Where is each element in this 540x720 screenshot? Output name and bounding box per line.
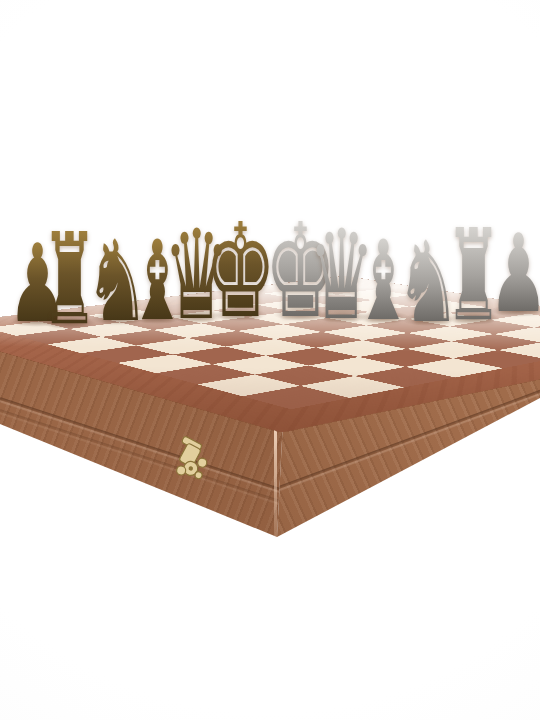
pieces-display-row: ♟♜♞♝♛♚♚♛♝♞♜♟ xyxy=(0,0,540,720)
pewter-pawn: ♟ xyxy=(438,220,540,328)
chess-set-photo: ♟♜♞♝♛♚♚♛♝♞♜♟ xyxy=(0,0,540,720)
pawn-glyph: ♟ xyxy=(488,220,540,328)
